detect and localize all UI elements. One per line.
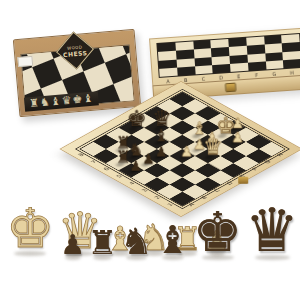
piece-shadow (202, 255, 234, 260)
king-piece-glyph: ♚ (193, 207, 242, 258)
product-box: WOOD CHESS ♜♞♝♛♚♝ (13, 29, 141, 117)
black-pawn: ♟ (127, 159, 145, 173)
white-pawn: ♟ (229, 130, 247, 144)
box-brand-main: CHESS (63, 49, 88, 58)
bishop-piece-glyph: ♝ (156, 223, 190, 258)
folded-square (248, 61, 266, 70)
tray-piece-pawn: ♟ (61, 233, 85, 260)
tray-piece-bishop: ♝ (156, 223, 190, 260)
black-bishop: ♝ (152, 127, 170, 144)
piece-shadow (65, 255, 81, 260)
piece-shadow (255, 255, 290, 260)
white-queen: ♛ (203, 136, 221, 158)
folded-square (265, 60, 283, 69)
white-pawn: ♟ (178, 144, 196, 158)
knight-piece-glyph: ♞ (121, 225, 153, 258)
folded-square (212, 64, 230, 73)
tray-piece-king: ♚ (193, 207, 242, 260)
tray-piece-rook: ♜ (88, 228, 118, 260)
box-barcode-label (17, 56, 33, 67)
folded-square (230, 62, 248, 71)
folded-square (177, 66, 195, 75)
brass-clasp-icon (225, 83, 237, 93)
dark-pieces-row: ♟♜♞♝♚♛ (163, 188, 299, 260)
tray-piece-queen: ♛ (245, 203, 299, 260)
tray-piece-king: ♚ (6, 204, 54, 256)
folded-square (283, 59, 300, 68)
board-clasp-icon (238, 177, 248, 184)
box-brand-logo-text: WOOD CHESS (61, 37, 88, 64)
folded-square (195, 65, 213, 74)
piece-shadow (126, 255, 147, 260)
rook-piece-glyph: ♜ (88, 228, 118, 258)
piece-shadow (162, 255, 184, 260)
product-photo: WOOD CHESS ♜♞♝♛♚♝ ABCDEFGH ♚♜♛♜♞♝♟♟♟♝♟♟♟… (0, 0, 300, 300)
black-king: ♚ (127, 108, 145, 130)
queen-piece-glyph: ♛ (245, 203, 299, 258)
tray-piece-knight: ♞ (121, 225, 153, 260)
folded-square (159, 67, 177, 76)
king-piece-glyph: ♚ (6, 204, 54, 254)
piece-shadow (14, 251, 45, 256)
